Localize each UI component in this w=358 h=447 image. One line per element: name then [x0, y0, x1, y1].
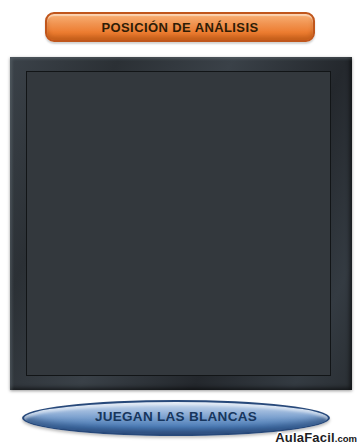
brand-name: AulaFacil	[275, 430, 335, 445]
brand-suffix: .com	[335, 433, 357, 444]
brand-watermark: AulaFacil.com	[275, 428, 357, 446]
page: POSICIÓN DE ANÁLISIS JUEGAN LAS BLANCAS …	[0, 0, 358, 447]
chess-board	[10, 57, 352, 390]
analysis-title: POSICIÓN DE ANÁLISIS	[101, 20, 258, 35]
turn-banner-label: JUEGAN LAS BLANCAS	[95, 409, 257, 424]
board-grid	[26, 71, 331, 376]
analysis-title-banner: POSICIÓN DE ANÁLISIS	[45, 12, 315, 42]
